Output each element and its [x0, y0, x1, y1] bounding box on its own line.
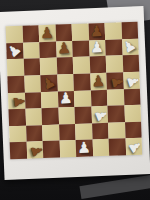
square-d5 [57, 74, 74, 91]
square-b8 [22, 25, 39, 42]
square-b1: ♟ [26, 141, 43, 158]
square-d4: ♟ [57, 91, 74, 108]
square-b7 [23, 42, 40, 59]
square-f2 [92, 123, 109, 140]
paper-sheet: ♟♟♟♟♟♟♟♟♟♟♟♟♟♟♟♟ [0, 6, 150, 180]
square-f7: ♟ [89, 40, 106, 57]
white-pawn-d4: ♟ [59, 91, 73, 106]
square-c5: ♟ [40, 74, 57, 91]
square-d2 [59, 124, 76, 141]
square-g8 [105, 22, 122, 39]
black-pawn-a4: ♟ [10, 95, 26, 109]
square-d7: ♟ [56, 41, 73, 58]
square-b5 [24, 75, 41, 92]
black-pawn-d7: ♟ [57, 42, 71, 57]
square-a1 [10, 142, 27, 159]
desk-highlight [79, 174, 150, 199]
black-pawn-f5: ♟ [91, 74, 105, 89]
square-a4: ♟ [8, 92, 25, 109]
square-f3: ♟ [91, 106, 108, 123]
square-h8 [121, 22, 138, 39]
white-pawn-h1: ♟ [125, 138, 144, 156]
square-a3 [9, 109, 26, 126]
square-g3 [107, 105, 124, 122]
square-g6 [106, 56, 123, 73]
square-d8 [55, 24, 72, 41]
square-a6 [7, 59, 24, 76]
square-g7 [105, 39, 122, 56]
square-g2 [108, 122, 125, 139]
square-b4 [24, 92, 41, 109]
square-c2 [42, 124, 59, 141]
square-d3 [58, 107, 75, 124]
square-b6 [23, 58, 40, 75]
square-h7: ♟ [122, 38, 139, 55]
square-h1: ♟ [125, 138, 142, 155]
square-c3 [41, 108, 58, 125]
square-g4 [107, 89, 124, 106]
square-e2 [75, 123, 92, 140]
square-f6 [89, 56, 106, 73]
square-e3 [74, 107, 91, 124]
square-a2 [9, 125, 26, 142]
white-pawn-h7: ♟ [120, 38, 138, 57]
square-c7 [39, 41, 56, 58]
photo-scene: ♟♟♟♟♟♟♟♟♟♟♟♟♟♟♟♟ [0, 0, 150, 200]
square-h5: ♟ [123, 72, 140, 89]
square-e1: ♟ [76, 140, 93, 157]
white-pawn-e1: ♟ [77, 141, 91, 156]
square-h6 [122, 55, 139, 72]
square-c6 [40, 58, 57, 75]
black-pawn-c5: ♟ [39, 74, 57, 92]
square-g1 [109, 139, 126, 156]
black-pawn-c8: ♟ [40, 25, 54, 40]
square-a8 [6, 26, 23, 43]
square-c1 [43, 141, 60, 158]
square-g5: ♟ [106, 72, 123, 89]
square-d1 [59, 140, 76, 157]
square-a5 [7, 76, 24, 93]
square-e4 [74, 90, 91, 107]
white-pawn-h5: ♟ [124, 73, 141, 89]
chess-board: ♟♟♟♟♟♟♟♟♟♟♟♟♟♟♟♟ [6, 22, 143, 160]
square-d6 [56, 57, 73, 74]
square-f1 [92, 139, 109, 156]
square-c8: ♟ [39, 25, 56, 42]
black-pawn-f8: ♟ [90, 24, 104, 39]
square-a7: ♟ [6, 42, 23, 59]
square-c4 [41, 91, 58, 108]
square-h4 [123, 88, 140, 105]
square-b3 [25, 108, 42, 125]
square-f4 [90, 89, 107, 106]
square-e5 [73, 73, 90, 90]
white-pawn-f7: ♟ [90, 40, 104, 55]
square-h2 [125, 121, 142, 138]
square-h3 [124, 105, 141, 122]
square-e7 [72, 40, 89, 57]
square-f5: ♟ [90, 73, 107, 90]
square-f8: ♟ [88, 23, 105, 40]
square-b2 [26, 125, 43, 142]
square-e8 [72, 23, 89, 40]
square-e6 [73, 57, 90, 74]
